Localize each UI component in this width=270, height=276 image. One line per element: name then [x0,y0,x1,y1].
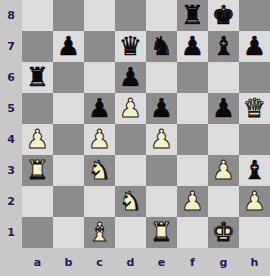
square-f8[interactable]: ♜ [177,0,208,31]
square-g4[interactable] [208,124,239,155]
square-e6[interactable] [146,62,177,93]
white-queen-h5[interactable]: ♛ [243,93,266,124]
square-h7[interactable]: ♟ [239,31,270,62]
square-h4[interactable] [239,124,270,155]
square-a2[interactable] [22,186,53,217]
square-c7[interactable] [84,31,115,62]
black-king-g8[interactable]: ♚ [212,0,235,31]
square-h3[interactable]: ♝ [239,155,270,186]
white-pawn-a4[interactable]: ♟ [26,124,49,155]
file-label-g: g [208,248,239,276]
white-knight-d2[interactable]: ♞ [119,186,142,217]
black-rook-f8[interactable]: ♜ [181,0,204,31]
square-g2[interactable] [208,186,239,217]
white-king-g1[interactable]: ♚ [212,217,235,248]
chess-board[interactable]: ♜♚♟♛♞♟♝♟♜♟♟♟♟♟♛♟♟♟♜♞♟♝♞♟♟♝♜♚ [22,0,270,248]
black-knight-e7[interactable]: ♞ [150,31,173,62]
square-e4[interactable]: ♟ [146,124,177,155]
file-label-f: f [177,248,208,276]
square-d4[interactable] [115,124,146,155]
square-c6[interactable] [84,62,115,93]
square-b2[interactable] [53,186,84,217]
square-a6[interactable]: ♜ [22,62,53,93]
square-a7[interactable] [22,31,53,62]
white-pawn-d5[interactable]: ♟ [119,93,142,124]
file-label-b: b [53,248,84,276]
square-c5[interactable]: ♟ [84,93,115,124]
square-f5[interactable] [177,93,208,124]
rank-label-1: 1 [0,217,22,248]
square-h1[interactable] [239,217,270,248]
square-a1[interactable] [22,217,53,248]
white-knight-c3[interactable]: ♞ [88,155,111,186]
black-pawn-f7[interactable]: ♟ [181,31,204,62]
rank-labels: 87654321 [0,0,22,248]
square-d2[interactable]: ♞ [115,186,146,217]
square-c2[interactable] [84,186,115,217]
square-c8[interactable] [84,0,115,31]
square-e3[interactable] [146,155,177,186]
square-d3[interactable] [115,155,146,186]
square-h2[interactable]: ♟ [239,186,270,217]
rank-label-4: 4 [0,124,22,155]
square-c1[interactable]: ♝ [84,217,115,248]
square-g1[interactable]: ♚ [208,217,239,248]
square-f3[interactable] [177,155,208,186]
white-rook-e1[interactable]: ♜ [150,217,173,248]
square-f4[interactable] [177,124,208,155]
white-bishop-c1[interactable]: ♝ [88,217,111,248]
file-label-h: h [239,248,270,276]
black-queen-d7[interactable]: ♛ [119,31,142,62]
file-labels: abcdefgh [22,248,270,276]
square-f1[interactable] [177,217,208,248]
white-pawn-e4[interactable]: ♟ [150,124,173,155]
black-rook-a6[interactable]: ♜ [26,62,49,93]
rank-label-6: 6 [0,62,22,93]
black-pawn-d6[interactable]: ♟ [119,62,142,93]
rank-label-7: 7 [0,31,22,62]
square-c4[interactable]: ♟ [84,124,115,155]
square-d7[interactable]: ♛ [115,31,146,62]
file-label-d: d [115,248,146,276]
black-pawn-c5[interactable]: ♟ [88,93,111,124]
square-h6[interactable] [239,62,270,93]
square-g3[interactable]: ♟ [208,155,239,186]
square-g7[interactable]: ♝ [208,31,239,62]
file-label-c: c [84,248,115,276]
square-b5[interactable] [53,93,84,124]
black-pawn-b7[interactable]: ♟ [57,31,80,62]
square-b4[interactable] [53,124,84,155]
square-d8[interactable] [115,0,146,31]
file-label-a: a [22,248,53,276]
square-b8[interactable] [53,0,84,31]
square-g5[interactable]: ♟ [208,93,239,124]
square-b7[interactable]: ♟ [53,31,84,62]
white-pawn-g3[interactable]: ♟ [212,155,235,186]
square-a5[interactable] [22,93,53,124]
square-f7[interactable]: ♟ [177,31,208,62]
black-pawn-e5[interactable]: ♟ [150,93,173,124]
white-pawn-c4[interactable]: ♟ [88,124,111,155]
square-f6[interactable] [177,62,208,93]
white-pawn-f2[interactable]: ♟ [181,186,204,217]
white-rook-a3[interactable]: ♜ [26,155,49,186]
corner-spacer [0,248,22,276]
square-a8[interactable] [22,0,53,31]
square-e7[interactable]: ♞ [146,31,177,62]
square-a3[interactable]: ♜ [22,155,53,186]
square-f2[interactable]: ♟ [177,186,208,217]
square-h5[interactable]: ♛ [239,93,270,124]
square-e5[interactable]: ♟ [146,93,177,124]
square-a4[interactable]: ♟ [22,124,53,155]
black-pawn-h7[interactable]: ♟ [243,31,266,62]
black-bishop-g7[interactable]: ♝ [212,31,235,62]
square-g6[interactable] [208,62,239,93]
square-e8[interactable] [146,0,177,31]
square-d5[interactable]: ♟ [115,93,146,124]
square-h8[interactable] [239,0,270,31]
square-d6[interactable]: ♟ [115,62,146,93]
square-b1[interactable] [53,217,84,248]
chess-diagram: 87654321 ♜♚♟♛♞♟♝♟♜♟♟♟♟♟♛♟♟♟♜♞♟♝♞♟♟♝♜♚ ab… [0,0,270,276]
white-pawn-h2[interactable]: ♟ [243,186,266,217]
rank-label-2: 2 [0,186,22,217]
square-g8[interactable]: ♚ [208,0,239,31]
black-pawn-g5[interactable]: ♟ [212,93,235,124]
square-b6[interactable] [53,62,84,93]
black-bishop-h3[interactable]: ♝ [243,155,266,186]
square-c3[interactable]: ♞ [84,155,115,186]
square-d1[interactable] [115,217,146,248]
rank-label-3: 3 [0,155,22,186]
square-e1[interactable]: ♜ [146,217,177,248]
file-label-e: e [146,248,177,276]
rank-label-8: 8 [0,0,22,31]
square-e2[interactable] [146,186,177,217]
rank-label-5: 5 [0,93,22,124]
square-b3[interactable] [53,155,84,186]
